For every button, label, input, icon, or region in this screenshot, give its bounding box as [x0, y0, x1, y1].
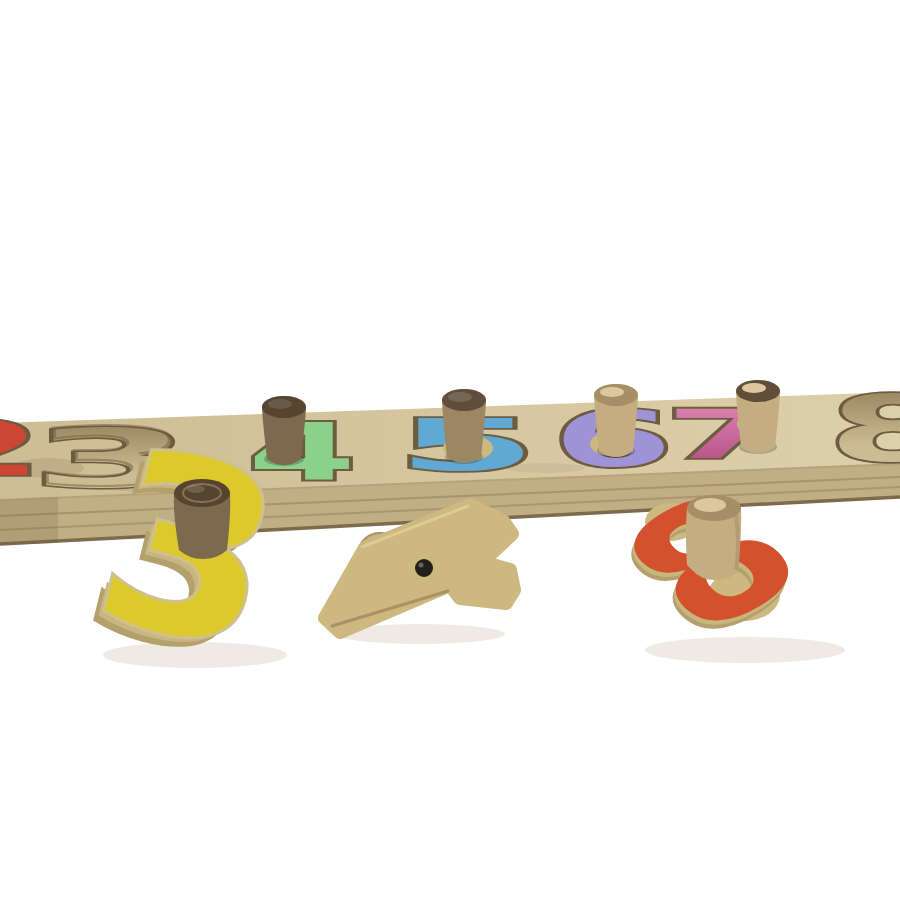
piece-5-in-slot: 5 5: [397, 389, 537, 487]
knob-3-highlight: [187, 485, 205, 493]
piece-6-in-slot: 6 6: [553, 384, 673, 484]
knob-on-6: [594, 384, 638, 458]
knob-on-7: [736, 380, 780, 454]
knob-on-loose-8: [686, 495, 741, 580]
knob-4-highlight: [268, 399, 292, 409]
knob-8-side-shade: [736, 515, 738, 570]
piece-7-in-slot: 7 7: [666, 380, 781, 474]
slot-8-recess: 8: [828, 378, 900, 483]
knob-on-5: [442, 389, 486, 464]
knob-screw: [415, 559, 433, 577]
knob-8-highlight: [694, 498, 726, 512]
photo-stage: 2 2 3 3 3 4 4 5 5: [0, 0, 900, 900]
knob-5-highlight: [448, 392, 472, 402]
knob-screw-glint: [419, 563, 424, 568]
knob-6-highlight: [600, 387, 624, 397]
knob-on-loose-3: [174, 479, 230, 559]
empty-slot-8: 8 8: [828, 378, 900, 483]
knob-7-highlight: [742, 383, 766, 393]
number-puzzle-photo: 2 2 3 3 3 4 4 5 5: [0, 0, 900, 900]
